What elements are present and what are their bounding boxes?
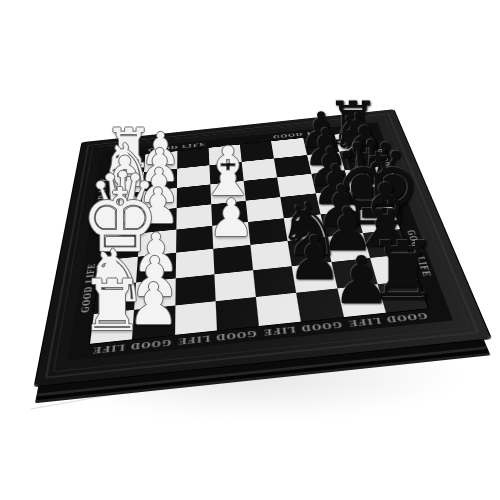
square-h1 (90, 310, 134, 344)
square-h2 (132, 305, 175, 339)
checkerboard (90, 131, 428, 343)
square-h6 (296, 288, 343, 321)
square-h4 (215, 297, 259, 331)
square-h5 (256, 293, 301, 326)
chess-board: GOOD LIFEGOOD LIFE GOOD LIFEGOOD LIFE GO… (35, 110, 491, 386)
brand-text: GOOD LIFE (94, 177, 109, 215)
board-surface: GOOD LIFEGOOD LIFE GOOD LIFEGOOD LIFE GO… (68, 122, 453, 361)
square-h3 (174, 301, 216, 335)
product-photo: GOOD LIFEGOOD LIFE GOOD LIFEGOOD LIFE GO… (0, 0, 500, 500)
